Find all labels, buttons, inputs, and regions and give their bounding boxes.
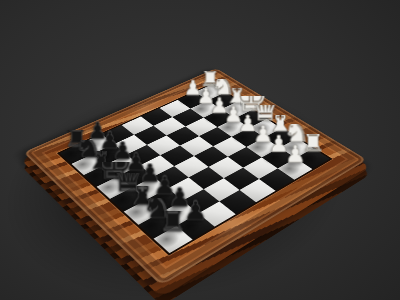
- square-g4: [153, 117, 185, 135]
- piece-black-rook-a8: ♜: [159, 211, 187, 239]
- white-pawn-shadow-g2: [187, 101, 215, 117]
- black-rook-glyph: ♜: [125, 205, 222, 237]
- square-h1: [195, 84, 225, 100]
- piece-white-king-e1: ♚: [240, 96, 262, 118]
- square-h3: [160, 100, 191, 117]
- white-rook-shadow-h1: [191, 85, 218, 100]
- white-pawn-glyph: ♟: [194, 104, 274, 126]
- piece-white-knight-g1: ♞: [212, 79, 234, 101]
- square-f1: [221, 101, 252, 118]
- piece-white-pawn-a2: ♟: [283, 144, 308, 169]
- white-pawn-glyph: ♟: [155, 78, 230, 99]
- square-f2: [204, 109, 235, 127]
- white-bishop-glyph: ♝: [198, 77, 275, 107]
- board-3d-scene: ♜♞♝♚♛♝♞♜♟♟♟♟♟♟♟♟♟♟♟♟♟♟♟♟♜♞♝♚♛♝♞♜: [0, 0, 400, 300]
- square-f4: [166, 126, 199, 145]
- square-e3: [199, 127, 232, 146]
- square-e1: [235, 110, 267, 128]
- piece-white-queen-d1: ♛: [254, 105, 277, 128]
- piece-white-pawn-e2: ♟: [222, 105, 245, 128]
- white-king-shadow-e1: [231, 110, 260, 126]
- square-h2: [178, 92, 208, 109]
- piece-white-pawn-g2: ♟: [195, 87, 217, 109]
- square-g3: [172, 109, 203, 127]
- white-knight-glyph: ♞: [185, 71, 260, 99]
- render-background: ♜♞♝♚♛♝♞♜♟♟♟♟♟♟♟♟♟♟♟♟♟♟♟♟♜♞♝♚♛♝♞♜: [0, 0, 400, 300]
- piece-white-rook-h1: ♜: [199, 71, 220, 92]
- white-pawn-glyph: ♟: [180, 95, 258, 116]
- square-e4: [180, 136, 213, 156]
- square-h4: [141, 108, 172, 126]
- piece-white-pawn-h2: ♟: [182, 79, 204, 101]
- white-pawn-shadow-h2: [174, 93, 202, 108]
- piece-white-bishop-f1: ♝: [226, 88, 248, 110]
- square-f3: [185, 118, 217, 136]
- white-pawn-glyph: ♟: [252, 143, 338, 167]
- white-king-glyph: ♚: [212, 79, 290, 116]
- white-bishop-shadow-f1: [217, 102, 245, 118]
- white-pawn-glyph: ♟: [167, 86, 244, 107]
- white-queen-glyph: ♛: [226, 91, 306, 126]
- square-g1: [208, 93, 238, 110]
- white-knight-shadow-g1: [204, 93, 232, 108]
- white-rook-glyph: ♜: [173, 66, 247, 91]
- piece-white-pawn-f2: ♟: [208, 96, 230, 118]
- white-pawn-shadow-f2: [200, 110, 229, 126]
- square-g2: [190, 100, 221, 117]
